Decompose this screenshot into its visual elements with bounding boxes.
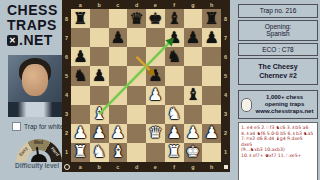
gauge-med-label: Med: [34, 140, 43, 145]
file-label-d: d: [127, 162, 146, 172]
opening-label: Opening:: [240, 23, 316, 31]
board-corner-bl: [62, 162, 71, 172]
square-h6[interactable]: [202, 47, 221, 66]
square-h7[interactable]: [202, 28, 221, 47]
square-g4[interactable]: [184, 86, 203, 105]
trap-for-white-row: Trap for white: [12, 122, 64, 131]
chess-board: abcdefgh 87654321 ♜♛♚♝♜♟♟♟♟♟♞♞♟♟♟♝♝♞♟♟♟♛…: [62, 0, 230, 172]
square-a5[interactable]: [71, 66, 90, 85]
move-list[interactable]: 1. e4 e5 2.♘f3 ♞c6 3.♗b5 a64.♗a4 ♞f6 5.0…: [238, 122, 318, 180]
file-label-c: c: [109, 0, 128, 9]
square-d1[interactable]: [127, 143, 146, 162]
square-a4[interactable]: [71, 86, 90, 105]
rank-label-8: 8: [62, 9, 71, 28]
logo-x-icon: ✕: [7, 35, 18, 46]
rank-label-3: 3: [62, 105, 71, 124]
square-f1[interactable]: [165, 143, 184, 162]
square-f5[interactable]: [165, 66, 184, 85]
trap-title-line1: The Cheesy: [240, 63, 316, 72]
rank-label-3: 3: [221, 105, 230, 124]
eco-box: ECO : C78: [238, 43, 318, 57]
square-g3[interactable]: [184, 105, 203, 124]
trap-for-white-checkbox[interactable]: [12, 122, 21, 131]
square-b7[interactable]: [90, 28, 109, 47]
square-d8[interactable]: [127, 9, 146, 28]
rank-label-2: 2: [221, 124, 230, 143]
trap-for-white-label: Trap for white: [24, 123, 64, 130]
square-g1[interactable]: [184, 143, 203, 162]
rank-label-8: 8: [221, 9, 230, 28]
file-label-b: b: [90, 0, 109, 9]
info-panel: Trap no. 216 Opening: Spanish ECO : C78 …: [238, 4, 318, 180]
square-d6[interactable]: [127, 47, 146, 66]
square-c6[interactable]: [109, 47, 128, 66]
rank-label-7: 7: [221, 28, 230, 47]
file-label-a: a: [71, 0, 90, 9]
difficulty-label: Difficulty level: [4, 162, 70, 169]
move-line: 1. e4 e5 2.♘f3 ♞c6 3.♗b5 a6: [241, 125, 315, 131]
promo-line1: 1,000+ chess: [254, 94, 315, 101]
square-d7[interactable]: [127, 28, 146, 47]
square-h4[interactable]: [202, 86, 221, 105]
square-b1[interactable]: [90, 143, 109, 162]
mouse-icon: [241, 98, 252, 112]
rank-labels-right: 87654321: [221, 9, 230, 162]
square-g6[interactable]: [184, 47, 203, 66]
move-line: 7.♕e2 d6 8.d4 ♝g4 9.dxe5 dxe5: [241, 136, 315, 147]
file-label-d: d: [127, 0, 146, 9]
trap-number-box: Trap no. 216: [238, 4, 318, 18]
square-b4[interactable]: [90, 86, 109, 105]
file-label-b: b: [90, 162, 109, 172]
rank-label-7: 7: [62, 28, 71, 47]
square-f8[interactable]: [165, 9, 184, 28]
square-a1[interactable]: [71, 143, 90, 162]
file-labels-bottom: abcdefgh: [71, 162, 221, 172]
square-g5[interactable]: [184, 66, 203, 85]
corner-square-icon: [224, 165, 228, 169]
logo-line-chess: CHESS: [7, 3, 65, 18]
square-b3[interactable]: [90, 105, 109, 124]
square-f7[interactable]: [165, 28, 184, 47]
promo-box: 1,000+ chess opening traps www.chesstrap…: [238, 90, 318, 119]
opening-name: Spanish: [240, 30, 316, 38]
square-c1[interactable]: [109, 143, 128, 162]
square-c8[interactable]: [109, 9, 128, 28]
square-b2[interactable]: [90, 124, 109, 143]
corner-circle-icon: [64, 164, 70, 170]
file-labels-top: abcdefgh: [71, 0, 221, 9]
square-h2[interactable]: [202, 124, 221, 143]
board-corner-tl: [62, 0, 71, 9]
square-c2[interactable]: [109, 124, 128, 143]
square-f6[interactable]: [165, 47, 184, 66]
square-a3[interactable]: [71, 105, 90, 124]
file-label-f: f: [165, 0, 184, 9]
board-corner-br: [221, 162, 230, 172]
rank-label-1: 1: [62, 143, 71, 162]
square-d4[interactable]: [127, 86, 146, 105]
rank-label-6: 6: [221, 47, 230, 66]
square-h3[interactable]: [202, 105, 221, 124]
file-label-e: e: [146, 162, 165, 172]
square-f2[interactable]: [165, 124, 184, 143]
square-a2[interactable]: [71, 124, 90, 143]
site-logo: CHESS TRAPS ✕ .NET: [7, 3, 65, 48]
square-d5[interactable]: [127, 66, 146, 85]
file-label-a: a: [71, 162, 90, 172]
square-b8[interactable]: [90, 9, 109, 28]
trap-title-box: The Cheesy Chernev #2: [238, 58, 318, 85]
square-c3[interactable]: [109, 105, 128, 124]
opening-box: Opening: Spanish: [238, 20, 318, 41]
square-c4[interactable]: [109, 86, 128, 105]
photo-shoulders: [8, 102, 62, 117]
square-c7[interactable]: [109, 28, 128, 47]
square-g8[interactable]: [184, 9, 203, 28]
square-b6[interactable]: [90, 47, 109, 66]
square-g2[interactable]: [184, 124, 203, 143]
square-b5[interactable]: [90, 66, 109, 85]
file-label-f: f: [165, 162, 184, 172]
file-label-e: e: [146, 0, 165, 9]
rank-label-2: 2: [62, 124, 71, 143]
square-e4[interactable]: [146, 86, 165, 105]
square-a6[interactable]: [71, 47, 90, 66]
square-h8[interactable]: [202, 9, 221, 28]
square-e5[interactable]: [146, 66, 165, 85]
board-squares-area: ♜♛♚♝♜♟♟♟♟♟♞♞♟♟♟♝♝♞♟♟♟♛♟♟♟♜♞♝♜♚: [71, 9, 221, 162]
square-a8[interactable]: [71, 9, 90, 28]
square-h5[interactable]: [202, 66, 221, 85]
square-e2[interactable]: [146, 124, 165, 143]
square-d3[interactable]: [127, 105, 146, 124]
square-f3[interactable]: [165, 105, 184, 124]
promo-line2: opening traps: [254, 101, 315, 108]
square-h1[interactable]: [202, 143, 221, 162]
file-label-g: g: [184, 162, 203, 172]
rank-label-1: 1: [221, 143, 230, 162]
square-e8[interactable]: [146, 9, 165, 28]
rank-label-4: 4: [221, 86, 230, 105]
presenter-photo: [8, 55, 62, 117]
difficulty-gauge: Easy Med Hard: [16, 139, 62, 162]
photo-face: [22, 64, 48, 96]
board-corner-tr: [221, 0, 230, 9]
square-e1[interactable]: [146, 143, 165, 162]
square-d2[interactable]: [127, 124, 146, 143]
square-a7[interactable]: [71, 28, 90, 47]
square-e6[interactable]: [146, 47, 165, 66]
file-label-h: h: [202, 162, 221, 172]
rank-labels-left: 87654321: [62, 9, 71, 162]
logo-line-traps: TRAPS: [7, 18, 65, 33]
square-g7[interactable]: [184, 28, 203, 47]
rank-label-5: 5: [221, 66, 230, 85]
trap-title-line2: Chernev #2: [240, 72, 316, 81]
file-label-c: c: [109, 162, 128, 172]
file-label-g: g: [184, 0, 203, 9]
logo-net: .NET: [19, 33, 53, 48]
rank-label-4: 4: [62, 86, 71, 105]
rank-label-5: 5: [62, 66, 71, 85]
square-c5[interactable]: [109, 66, 128, 85]
file-label-h: h: [202, 0, 221, 9]
square-e3[interactable]: [146, 105, 165, 124]
rank-label-6: 6: [62, 47, 71, 66]
square-e7[interactable]: [146, 28, 165, 47]
move-line: 10.♗xf7+ ♚xf7 11.♘xe5+: [241, 153, 315, 159]
square-f4[interactable]: [165, 86, 184, 105]
promo-url[interactable]: www.chesstraps.net: [254, 108, 315, 115]
